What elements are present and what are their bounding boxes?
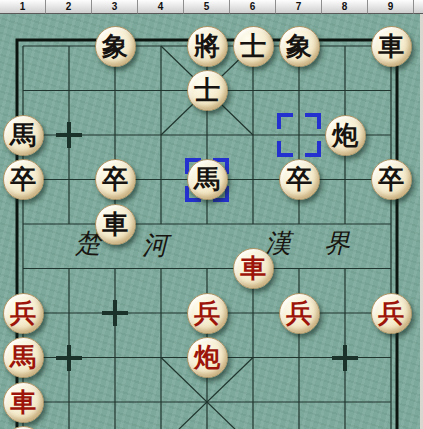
piece-black-chariot[interactable]: 車 [371, 26, 412, 67]
piece-glyph: 車 [234, 249, 273, 288]
point-marker [102, 300, 128, 326]
piece-glyph: 卒 [372, 160, 411, 199]
ruler-cell-5: 5 [184, 0, 230, 14]
river-text-jie: 界 [324, 226, 350, 261]
piece-glyph: 兵 [188, 294, 227, 333]
point-marker [56, 122, 82, 148]
piece-glyph: 車 [372, 27, 411, 66]
piece-glyph: 馬 [188, 160, 227, 199]
ruler-cell-9: 9 [368, 0, 414, 14]
point-marker [332, 345, 358, 371]
ruler-cell-6: 6 [230, 0, 276, 14]
column-ruler: 123456789 [0, 0, 423, 14]
piece-glyph: 象 [96, 27, 135, 66]
piece-black-soldier[interactable]: 卒 [371, 159, 412, 200]
piece-black-elephant[interactable]: 象 [279, 26, 320, 67]
piece-red-soldier[interactable]: 兵 [371, 293, 412, 334]
piece-glyph: 馬 [4, 116, 43, 155]
ruler-cell-partial [414, 0, 423, 14]
ruler-cell-3: 3 [92, 0, 138, 14]
piece-red-soldier[interactable]: 兵 [279, 293, 320, 334]
piece-red-soldier[interactable]: 兵 [187, 293, 228, 334]
piece-black-horse[interactable]: 馬 [187, 159, 228, 200]
piece-black-advisor[interactable]: 士 [187, 70, 228, 111]
piece-black-horse[interactable]: 馬 [3, 115, 44, 156]
piece-black-soldier[interactable]: 卒 [3, 159, 44, 200]
piece-black-cannon[interactable]: 炮 [325, 115, 366, 156]
river-text-he: 河 [142, 228, 168, 263]
piece-glyph: 車 [4, 383, 43, 422]
piece-glyph: 士 [188, 71, 227, 110]
piece-black-elephant[interactable]: 象 [95, 26, 136, 67]
piece-glyph: 卒 [96, 160, 135, 199]
piece-red-soldier[interactable]: 兵 [3, 293, 44, 334]
point-marker [56, 345, 82, 371]
piece-black-soldier[interactable]: 卒 [279, 159, 320, 200]
ruler-cell-8: 8 [322, 0, 368, 14]
piece-glyph: 兵 [280, 294, 319, 333]
piece-glyph: 士 [234, 27, 273, 66]
last-move-origin [277, 113, 321, 157]
piece-red-horse[interactable]: 馬 [3, 337, 44, 378]
piece-glyph: 炮 [326, 116, 365, 155]
ruler-cell-4: 4 [138, 0, 184, 14]
piece-glyph: 卒 [4, 160, 43, 199]
ruler-cell-7: 7 [276, 0, 322, 14]
ruler-cell-2: 2 [46, 0, 92, 14]
piece-red-chariot[interactable]: 車 [3, 382, 44, 423]
piece-glyph: 卒 [280, 160, 319, 199]
piece-glyph: 兵 [4, 294, 43, 333]
piece-glyph: 馬 [4, 338, 43, 377]
piece-glyph: 將 [188, 27, 227, 66]
piece-red-cannon[interactable]: 炮 [187, 337, 228, 378]
piece-glyph: 炮 [188, 338, 227, 377]
piece-black-chariot[interactable]: 車 [95, 204, 136, 245]
piece-glyph: 象 [280, 27, 319, 66]
xiangqi-app-window: 123456789 [0, 0, 423, 429]
ruler-cell-1: 1 [0, 0, 46, 14]
piece-black-general[interactable]: 將 [187, 26, 228, 67]
piece-black-soldier[interactable]: 卒 [95, 159, 136, 200]
piece-glyph: 兵 [372, 294, 411, 333]
piece-glyph: 車 [96, 205, 135, 244]
piece-black-advisor[interactable]: 士 [233, 26, 274, 67]
piece-red-chariot[interactable]: 車 [233, 248, 274, 289]
